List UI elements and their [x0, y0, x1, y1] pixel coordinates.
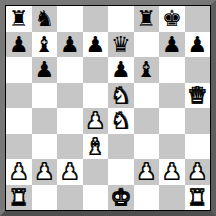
- piece-black-knight: ♞: [34, 6, 54, 32]
- square-h8[interactable]: [185, 6, 211, 32]
- square-f6[interactable]: ♝: [134, 57, 160, 83]
- square-a8[interactable]: ♜: [6, 6, 32, 32]
- square-h5[interactable]: ♛: [185, 83, 211, 109]
- piece-white-queen: ♛: [187, 83, 207, 109]
- square-f2[interactable]: ♟: [134, 159, 160, 185]
- square-g6[interactable]: [159, 57, 185, 83]
- square-e3[interactable]: [108, 134, 134, 160]
- square-f1[interactable]: [134, 185, 160, 211]
- square-c7[interactable]: ♟: [57, 32, 83, 58]
- square-h2[interactable]: ♟: [185, 159, 211, 185]
- square-h4[interactable]: [185, 108, 211, 134]
- square-d8[interactable]: [83, 6, 109, 32]
- square-d4[interactable]: ♟: [83, 108, 109, 134]
- square-a4[interactable]: [6, 108, 32, 134]
- piece-black-rook: ♜: [9, 6, 29, 32]
- square-d1[interactable]: [83, 185, 109, 211]
- square-h6[interactable]: [185, 57, 211, 83]
- square-g3[interactable]: [159, 134, 185, 160]
- square-d6[interactable]: [83, 57, 109, 83]
- piece-black-king: ♚: [162, 6, 182, 32]
- square-b8[interactable]: ♞: [32, 6, 58, 32]
- piece-black-pawn: ♟: [60, 32, 80, 58]
- square-e6[interactable]: ♟: [108, 57, 134, 83]
- square-a2[interactable]: ♟: [6, 159, 32, 185]
- square-f8[interactable]: ♜: [134, 6, 160, 32]
- square-f4[interactable]: [134, 108, 160, 134]
- square-e4[interactable]: ♞: [108, 108, 134, 134]
- square-b3[interactable]: [32, 134, 58, 160]
- square-h1[interactable]: ♜: [185, 185, 211, 211]
- square-g1[interactable]: [159, 185, 185, 211]
- square-c1[interactable]: [57, 185, 83, 211]
- square-b1[interactable]: [32, 185, 58, 211]
- piece-white-rook: ♜: [187, 185, 207, 211]
- square-b4[interactable]: [32, 108, 58, 134]
- square-b6[interactable]: ♟: [32, 57, 58, 83]
- square-c8[interactable]: [57, 6, 83, 32]
- square-e5[interactable]: ♞: [108, 83, 134, 109]
- square-a1[interactable]: ♜: [6, 185, 32, 211]
- piece-white-rook: ♜: [9, 185, 29, 211]
- piece-black-queen: ♛: [111, 32, 131, 58]
- square-g4[interactable]: [159, 108, 185, 134]
- square-e2[interactable]: [108, 159, 134, 185]
- square-h7[interactable]: ♟: [185, 32, 211, 58]
- chess-board: ♜♞♜♚♟♝♟♟♛♟♟♟♟♝♞♛♟♞♝♟♟♟♟♟♟♜♚♜: [6, 6, 210, 210]
- chess-diagram-frame: ♜♞♜♚♟♝♟♟♛♟♟♟♟♝♞♛♟♞♝♟♟♟♟♟♟♜♚♜: [0, 0, 216, 216]
- square-e7[interactable]: ♛: [108, 32, 134, 58]
- square-g7[interactable]: ♟: [159, 32, 185, 58]
- piece-black-bishop: ♝: [34, 32, 54, 58]
- piece-black-pawn: ♟: [111, 57, 131, 83]
- square-d3[interactable]: ♝: [83, 134, 109, 160]
- piece-white-pawn: ♟: [162, 159, 182, 185]
- square-e8[interactable]: [108, 6, 134, 32]
- square-c5[interactable]: [57, 83, 83, 109]
- square-f7[interactable]: [134, 32, 160, 58]
- square-g8[interactable]: ♚: [159, 6, 185, 32]
- square-d5[interactable]: [83, 83, 109, 109]
- piece-black-pawn: ♟: [34, 57, 54, 83]
- piece-white-king: ♚: [111, 185, 131, 211]
- square-a7[interactable]: ♟: [6, 32, 32, 58]
- square-b7[interactable]: ♝: [32, 32, 58, 58]
- piece-white-knight: ♞: [111, 108, 131, 134]
- piece-white-pawn: ♟: [34, 159, 54, 185]
- square-g5[interactable]: [159, 83, 185, 109]
- square-c3[interactable]: [57, 134, 83, 160]
- piece-white-pawn: ♟: [187, 159, 207, 185]
- square-b2[interactable]: ♟: [32, 159, 58, 185]
- square-d7[interactable]: ♟: [83, 32, 109, 58]
- square-a3[interactable]: [6, 134, 32, 160]
- piece-white-pawn: ♟: [9, 159, 29, 185]
- square-f3[interactable]: [134, 134, 160, 160]
- piece-black-pawn: ♟: [9, 32, 29, 58]
- square-b5[interactable]: [32, 83, 58, 109]
- piece-white-pawn: ♟: [85, 108, 105, 134]
- piece-black-pawn: ♟: [187, 32, 207, 58]
- piece-white-pawn: ♟: [136, 159, 156, 185]
- square-g2[interactable]: ♟: [159, 159, 185, 185]
- piece-white-pawn: ♟: [60, 159, 80, 185]
- square-c6[interactable]: [57, 57, 83, 83]
- square-e1[interactable]: ♚: [108, 185, 134, 211]
- square-c4[interactable]: [57, 108, 83, 134]
- square-f5[interactable]: [134, 83, 160, 109]
- piece-black-bishop: ♝: [136, 57, 156, 83]
- square-c2[interactable]: ♟: [57, 159, 83, 185]
- square-h3[interactable]: [185, 134, 211, 160]
- square-a6[interactable]: [6, 57, 32, 83]
- piece-white-bishop: ♝: [85, 134, 105, 160]
- piece-black-pawn: ♟: [85, 32, 105, 58]
- square-d2[interactable]: [83, 159, 109, 185]
- piece-white-knight: ♞: [111, 83, 131, 109]
- square-a5[interactable]: [6, 83, 32, 109]
- piece-black-rook: ♜: [136, 6, 156, 32]
- piece-black-pawn: ♟: [162, 32, 182, 58]
